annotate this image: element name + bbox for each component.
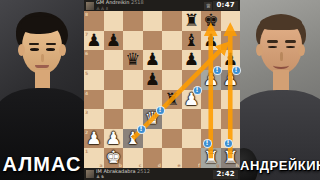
- square-c3[interactable]: [123, 109, 143, 129]
- right-player-name: АНДРЕЙКИН: [240, 158, 320, 173]
- white-bishop-c2[interactable]: ♝: [123, 129, 143, 149]
- white-pawn-h5[interactable]: ♟: [221, 70, 241, 90]
- square-b6[interactable]: [104, 50, 124, 70]
- white-pawn-a2[interactable]: ♟: [84, 129, 104, 149]
- square-f6[interactable]: ♟: [182, 50, 202, 70]
- square-a2[interactable]: 2♟: [84, 129, 104, 149]
- right-ear: [298, 44, 305, 56]
- square-b8[interactable]: [104, 11, 124, 31]
- square-d2[interactable]: [143, 129, 163, 149]
- black-rook-e4[interactable]: ♜: [162, 90, 182, 110]
- black-pawn-a7[interactable]: ♟: [84, 31, 104, 51]
- chess-board[interactable]: 8♜♚7♟♟♝♟6♛♟♟♟5♟♟♟4♜♟3♛2♟♟♝1ab♚cdefg♜h♜: [84, 11, 240, 168]
- top-player-clock: 0:47: [213, 1, 238, 10]
- black-king-g8[interactable]: ♚: [201, 11, 221, 31]
- right-eye: [286, 46, 295, 48]
- left-eye: [30, 48, 39, 51]
- square-g5[interactable]: ♟: [201, 70, 221, 90]
- square-a1[interactable]: 1a: [84, 148, 104, 168]
- square-f2[interactable]: [182, 129, 202, 149]
- square-g3[interactable]: [201, 109, 221, 129]
- square-h5[interactable]: ♟: [221, 70, 241, 90]
- left-nose: [41, 54, 44, 62]
- square-f5[interactable]: [182, 70, 202, 90]
- right-eye: [268, 46, 277, 48]
- square-a4[interactable]: 4: [84, 90, 104, 110]
- square-b5[interactable]: [104, 70, 124, 90]
- black-pawn-d6[interactable]: ♟: [143, 50, 163, 70]
- square-e8[interactable]: [162, 11, 182, 31]
- right-nose: [280, 52, 283, 61]
- file-label: f: [198, 163, 200, 168]
- white-pawn-g5[interactable]: ♟: [201, 70, 221, 90]
- file-label: d: [158, 163, 161, 168]
- black-pawn-d5[interactable]: ♟: [143, 70, 163, 90]
- left-mouth: [35, 65, 49, 68]
- square-b7[interactable]: ♟: [104, 31, 124, 51]
- square-g6[interactable]: [201, 50, 221, 70]
- bottom-player-bar: IM Abrakadabra 2512 ♟♞ 2:42: [84, 168, 240, 180]
- left-player-photo: АЛМАС: [0, 0, 84, 180]
- black-pawn-h6[interactable]: ♟: [221, 50, 241, 70]
- square-e3[interactable]: [162, 109, 182, 129]
- bottom-player-rating: 2512: [137, 169, 150, 174]
- right-eyebrow: [267, 40, 278, 43]
- square-c1[interactable]: c: [123, 148, 143, 168]
- square-e7[interactable]: [162, 31, 182, 51]
- square-g4[interactable]: [201, 90, 221, 110]
- square-b2[interactable]: ♟: [104, 129, 124, 149]
- queen-promotion-icon: ♕: [204, 2, 212, 10]
- square-e4[interactable]: ♜: [162, 90, 182, 110]
- square-f3[interactable]: [182, 109, 202, 129]
- rank-label: 8: [85, 12, 88, 17]
- square-d6[interactable]: ♟: [143, 50, 163, 70]
- left-eyebrow: [29, 43, 39, 45]
- bottom-player-clock: 2:42: [213, 170, 238, 179]
- square-h7[interactable]: [221, 31, 241, 51]
- square-b1[interactable]: b♚: [104, 148, 124, 168]
- rank-label: 5: [85, 71, 88, 76]
- square-g7[interactable]: ♟: [201, 31, 221, 51]
- white-queen-d3[interactable]: ♛: [143, 109, 163, 129]
- file-label: e: [177, 163, 180, 168]
- square-d1[interactable]: d: [143, 148, 163, 168]
- black-rook-f8[interactable]: ♜: [182, 11, 202, 31]
- file-label: a: [99, 163, 102, 168]
- left-eyebrow: [46, 43, 56, 45]
- square-c6[interactable]: ♛: [123, 50, 143, 70]
- square-d3[interactable]: ♛: [143, 109, 163, 129]
- square-c8[interactable]: [123, 11, 143, 31]
- left-player-name: АЛМАС: [0, 153, 84, 176]
- square-d7[interactable]: [143, 31, 163, 51]
- rank-label: 3: [85, 110, 88, 115]
- bottom-captured-pieces: ♟♞: [96, 174, 150, 180]
- square-h8[interactable]: [221, 11, 241, 31]
- square-h1[interactable]: h♜: [221, 148, 241, 168]
- square-g2[interactable]: [201, 129, 221, 149]
- white-pawn-f4[interactable]: ♟: [182, 90, 202, 110]
- square-c4[interactable]: [123, 90, 143, 110]
- square-d8[interactable]: [143, 11, 163, 31]
- rank-label: 1: [85, 149, 88, 154]
- square-a5[interactable]: 5: [84, 70, 104, 90]
- top-player-rating: 2518: [131, 0, 144, 5]
- black-pawn-f6[interactable]: ♟: [182, 50, 202, 70]
- square-h3[interactable]: [221, 109, 241, 129]
- square-a6[interactable]: 6: [84, 50, 104, 70]
- white-king-b1[interactable]: ♚: [104, 148, 124, 168]
- square-f1[interactable]: f: [182, 148, 202, 168]
- white-rook-h1[interactable]: ♜: [221, 148, 241, 168]
- square-e2[interactable]: [162, 129, 182, 149]
- black-pawn-b7[interactable]: ♟: [104, 31, 124, 51]
- square-f4[interactable]: ♟: [182, 90, 202, 110]
- black-pawn-g7[interactable]: ♟: [201, 31, 221, 51]
- square-e5[interactable]: [162, 70, 182, 90]
- file-label: c: [139, 163, 142, 168]
- square-a3[interactable]: 3: [84, 109, 104, 129]
- square-f8[interactable]: ♜: [182, 11, 202, 31]
- black-bishop-f7[interactable]: ♝: [182, 31, 202, 51]
- square-g8[interactable]: ♚: [201, 11, 221, 31]
- square-c2[interactable]: ♝: [123, 129, 143, 149]
- white-rook-g1[interactable]: ♜: [201, 148, 221, 168]
- square-e1[interactable]: e: [162, 148, 182, 168]
- right-hair-top: [260, 16, 302, 30]
- thumbnail: АЛМАС АНДРЕЙКИН GM Andreikin 2518 ♙♙♗ ♕: [0, 0, 320, 180]
- square-h2[interactable]: [221, 129, 241, 149]
- left-eye: [46, 48, 55, 51]
- square-b4[interactable]: [104, 90, 124, 110]
- bottom-player-avatar: [86, 170, 94, 178]
- square-c7[interactable]: [123, 31, 143, 51]
- top-player-avatar: [86, 2, 94, 10]
- left-ear: [59, 44, 66, 56]
- square-g1[interactable]: g♜: [201, 148, 221, 168]
- square-h6[interactable]: ♟: [221, 50, 241, 70]
- square-a7[interactable]: 7♟: [84, 31, 104, 51]
- rank-label: 6: [85, 51, 88, 56]
- left-ear: [18, 44, 25, 56]
- square-a8[interactable]: 8: [84, 11, 104, 31]
- square-h4[interactable]: [221, 90, 241, 110]
- square-f7[interactable]: ♝: [182, 31, 202, 51]
- game-panel: GM Andreikin 2518 ♙♙♗ ♕ 0:47 8♜♚7♟♟♝♟6♛♟…: [84, 0, 240, 180]
- rank-label: 4: [85, 91, 88, 96]
- black-queen-c6[interactable]: ♛: [123, 50, 143, 70]
- right-ear: [256, 44, 263, 56]
- right-eyebrow: [285, 40, 296, 43]
- square-d5[interactable]: ♟: [143, 70, 163, 90]
- white-pawn-b2[interactable]: ♟: [104, 129, 124, 149]
- right-mouth: [273, 62, 289, 69]
- right-player-photo: АНДРЕЙКИН: [240, 0, 320, 180]
- square-e6[interactable]: [162, 50, 182, 70]
- square-d4[interactable]: [143, 90, 163, 110]
- square-c5[interactable]: [123, 70, 143, 90]
- square-b3[interactable]: [104, 109, 124, 129]
